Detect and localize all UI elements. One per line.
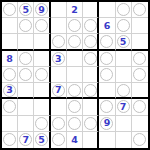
cell-r1c6[interactable] — [83, 2, 99, 18]
odd-circle — [68, 100, 81, 113]
cell-r3c4[interactable] — [51, 34, 67, 50]
odd-circle — [117, 84, 130, 97]
cell-r1c1[interactable] — [2, 2, 18, 18]
odd-circle — [35, 19, 48, 32]
cell-r3c6[interactable] — [83, 34, 99, 50]
given-digit: 7 — [23, 135, 30, 145]
cell-r7c4[interactable] — [51, 99, 67, 115]
odd-circle — [52, 117, 65, 130]
odd-circle — [52, 133, 65, 146]
cell-r3c5[interactable] — [67, 34, 83, 50]
cell-r2c2[interactable] — [18, 18, 34, 34]
odd-circle — [68, 84, 81, 97]
cell-r9c2[interactable]: 7 — [18, 132, 34, 148]
cell-r7c3[interactable] — [34, 99, 50, 115]
odd-circle — [117, 19, 130, 32]
cell-r4c9[interactable] — [132, 51, 148, 67]
cell-r7c1[interactable] — [2, 99, 18, 115]
odd-circle — [84, 84, 97, 97]
cell-r4c8[interactable] — [116, 51, 132, 67]
cell-r9c3[interactable]: 5 — [34, 132, 50, 148]
cell-r8c3[interactable] — [34, 116, 50, 132]
odd-circle — [133, 52, 146, 65]
cell-r5c8[interactable] — [116, 67, 132, 83]
cell-r3c3[interactable] — [34, 34, 50, 50]
cell-r6c2[interactable] — [18, 83, 34, 99]
odd-circle: 3 — [3, 84, 16, 97]
cell-r9c6[interactable] — [83, 132, 99, 148]
given-digit: 7 — [55, 85, 62, 95]
odd-circle: 7 — [19, 133, 32, 146]
cell-r9c1[interactable] — [2, 132, 18, 148]
odd-circle — [133, 133, 146, 146]
odd-circle — [100, 52, 113, 65]
cell-r5c6[interactable] — [83, 67, 99, 83]
cell-r8c9[interactable] — [132, 116, 148, 132]
cell-r1c5[interactable]: 2 — [67, 2, 83, 18]
odd-circle — [3, 100, 16, 113]
cell-r3c2[interactable] — [18, 34, 34, 50]
cell-r2c6[interactable] — [83, 18, 99, 34]
cell-r7c9[interactable] — [132, 99, 148, 115]
given-digit: 3 — [6, 85, 13, 95]
given-digit: 9 — [104, 118, 111, 128]
cell-r4c5[interactable] — [67, 51, 83, 67]
cell-r7c8[interactable]: 7 — [116, 99, 132, 115]
cell-r1c7[interactable] — [99, 2, 115, 18]
odd-circle — [100, 68, 113, 81]
cell-r1c8[interactable] — [116, 2, 132, 18]
cell-r4c1[interactable]: 8 — [2, 51, 18, 67]
given-digit: 8 — [6, 54, 13, 64]
given-digit: 5 — [23, 5, 30, 15]
cell-r8c7[interactable]: 9 — [99, 116, 115, 132]
odd-circle — [68, 117, 81, 130]
cell-r1c3[interactable]: 9 — [34, 2, 50, 18]
cell-r9c4[interactable] — [51, 132, 67, 148]
cell-r6c1[interactable]: 3 — [2, 83, 18, 99]
odd-circle — [117, 3, 130, 16]
cell-r2c1[interactable] — [2, 18, 18, 34]
given-digit: 5 — [120, 37, 127, 47]
odd-circle: 5 — [19, 3, 32, 16]
cell-r3c7[interactable] — [99, 34, 115, 50]
cell-r4c7[interactable] — [99, 51, 115, 67]
cell-r6c4[interactable]: 7 — [51, 83, 67, 99]
given-digit: 4 — [71, 135, 78, 145]
odd-circle — [35, 68, 48, 81]
cell-r6c5[interactable] — [67, 83, 83, 99]
odd-circle — [84, 35, 97, 48]
sudoku-board: 59265833779754 — [0, 0, 150, 150]
cell-r1c2[interactable]: 5 — [18, 2, 34, 18]
cell-r2c8[interactable] — [116, 18, 132, 34]
cell-r5c5[interactable] — [67, 67, 83, 83]
odd-circle — [3, 3, 16, 16]
cell-r3c8[interactable]: 5 — [116, 34, 132, 50]
odd-circle — [133, 100, 146, 113]
cell-r5c7[interactable] — [99, 67, 115, 83]
odd-circle — [84, 52, 97, 65]
odd-circle: 9 — [35, 3, 48, 16]
cell-r4c3[interactable] — [34, 51, 50, 67]
cell-r2c4[interactable] — [51, 18, 67, 34]
cell-r5c4[interactable] — [51, 67, 67, 83]
cell-r5c2[interactable] — [18, 67, 34, 83]
odd-circle — [35, 117, 48, 130]
odd-circle — [68, 35, 81, 48]
odd-circle: 7 — [52, 84, 65, 97]
cell-r1c9[interactable] — [132, 2, 148, 18]
cell-r7c5[interactable] — [67, 99, 83, 115]
cell-r4c6[interactable] — [83, 51, 99, 67]
given-digit: 5 — [38, 135, 45, 145]
odd-circle — [3, 133, 16, 146]
cell-r8c1[interactable] — [2, 116, 18, 132]
given-digit: 7 — [120, 102, 127, 112]
cell-r7c7[interactable] — [99, 99, 115, 115]
cell-r5c3[interactable] — [34, 67, 50, 83]
cell-r8c5[interactable] — [67, 116, 83, 132]
given-digit: 9 — [38, 5, 45, 15]
odd-circle — [133, 68, 146, 81]
cell-r6c3[interactable] — [34, 83, 50, 99]
odd-circle — [19, 52, 32, 65]
odd-circle — [52, 35, 65, 48]
cell-r4c4[interactable]: 3 — [51, 51, 67, 67]
cell-r6c6[interactable] — [83, 83, 99, 99]
cell-r8c4[interactable] — [51, 116, 67, 132]
odd-circle — [100, 35, 113, 48]
cell-r1c4[interactable] — [51, 2, 67, 18]
odd-circle — [68, 19, 81, 32]
cell-r3c1[interactable] — [2, 34, 18, 50]
cell-r8c6[interactable] — [83, 116, 99, 132]
odd-circle — [3, 68, 16, 81]
cell-r6c9[interactable] — [132, 83, 148, 99]
cell-r9c9[interactable] — [132, 132, 148, 148]
odd-circle — [19, 68, 32, 81]
odd-circle — [133, 3, 146, 16]
odd-circle — [84, 19, 97, 32]
given-digit: 3 — [55, 54, 62, 64]
cell-r3c9[interactable] — [132, 34, 148, 50]
cell-r6c8[interactable] — [116, 83, 132, 99]
odd-circle — [19, 19, 32, 32]
cell-r2c5[interactable] — [67, 18, 83, 34]
cell-r8c2[interactable] — [18, 116, 34, 132]
odd-circle: 3 — [52, 52, 65, 65]
odd-circle: 7 — [117, 100, 130, 113]
cell-r5c1[interactable] — [2, 67, 18, 83]
odd-circle: 5 — [117, 35, 130, 48]
cell-r7c6[interactable] — [83, 99, 99, 115]
cell-r9c5[interactable]: 4 — [67, 132, 83, 148]
odd-circle: 9 — [100, 117, 113, 130]
cell-r6c7[interactable] — [99, 83, 115, 99]
odd-circle: 5 — [35, 133, 48, 146]
cell-r2c9[interactable] — [132, 18, 148, 34]
odd-circle — [84, 117, 97, 130]
cell-r7c2[interactable] — [18, 99, 34, 115]
cell-r2c3[interactable] — [34, 18, 50, 34]
cell-r8c8[interactable] — [116, 116, 132, 132]
given-digit: 2 — [71, 5, 78, 15]
cell-r9c7[interactable] — [99, 132, 115, 148]
cell-r9c8[interactable] — [116, 132, 132, 148]
cell-r2c7[interactable]: 6 — [99, 18, 115, 34]
odd-circle — [100, 100, 113, 113]
cell-r4c2[interactable] — [18, 51, 34, 67]
cell-r5c9[interactable] — [132, 67, 148, 83]
given-digit: 6 — [104, 21, 111, 31]
